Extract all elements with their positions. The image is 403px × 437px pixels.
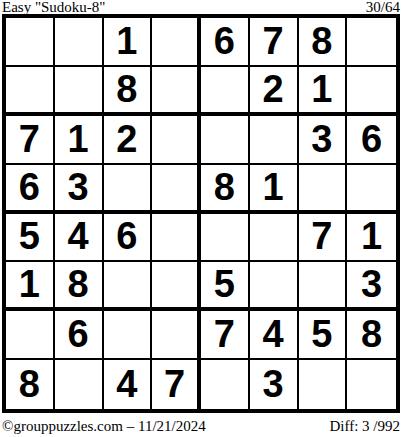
cell-r4c2[interactable]: 3 [55,165,104,214]
page-header: Easy "Sudoku-8" 30/64 [0,0,403,14]
cell-r7c4[interactable] [152,311,201,360]
cell-r5c6[interactable] [250,214,299,263]
cell-r4c6[interactable]: 1 [250,165,299,214]
page-footer: ©grouppuzzles.com – 11/21/2024 Diff: 3 /… [0,419,403,434]
cell-r1c8[interactable] [347,18,396,67]
cell-r5c1[interactable]: 5 [6,214,55,263]
cell-r3c4[interactable] [152,116,201,165]
cell-r1c7[interactable]: 8 [299,18,348,67]
difficulty-label: Diff: 3 /992 [329,419,400,434]
cell-r1c5[interactable]: 6 [201,18,250,67]
cell-r3c3[interactable]: 2 [104,116,153,165]
cell-r7c8[interactable]: 8 [347,311,396,360]
cell-r8c6[interactable]: 3 [250,360,299,409]
cell-r7c1[interactable] [6,311,55,360]
cell-r8c2[interactable] [55,360,104,409]
cell-r2c5[interactable] [201,67,250,116]
cell-r2c6[interactable]: 2 [250,67,299,116]
cell-r6c2[interactable]: 8 [55,262,104,311]
cell-r8c8[interactable] [347,360,396,409]
cell-r6c8[interactable]: 3 [347,262,396,311]
cell-r5c3[interactable]: 6 [104,214,153,263]
cell-r8c3[interactable]: 4 [104,360,153,409]
cell-r6c5[interactable]: 5 [201,262,250,311]
cell-r2c1[interactable] [6,67,55,116]
cell-r5c5[interactable] [201,214,250,263]
cell-r7c5[interactable]: 7 [201,311,250,360]
cell-r4c4[interactable] [152,165,201,214]
cell-r1c3[interactable]: 1 [104,18,153,67]
cell-r8c5[interactable] [201,360,250,409]
cell-r7c7[interactable]: 5 [299,311,348,360]
cell-r8c1[interactable]: 8 [6,360,55,409]
cell-r8c7[interactable] [299,360,348,409]
cell-r7c2[interactable]: 6 [55,311,104,360]
copyright-credit: ©grouppuzzles.com – 11/21/2024 [2,419,206,434]
cell-r2c2[interactable] [55,67,104,116]
cell-r6c7[interactable] [299,262,348,311]
cell-r1c4[interactable] [152,18,201,67]
cell-r4c5[interactable]: 8 [201,165,250,214]
cell-r2c8[interactable] [347,67,396,116]
cell-r3c2[interactable]: 1 [55,116,104,165]
cell-r5c2[interactable]: 4 [55,214,104,263]
cell-r6c3[interactable] [104,262,153,311]
cell-r1c6[interactable]: 7 [250,18,299,67]
cell-r6c6[interactable] [250,262,299,311]
cell-r4c3[interactable] [104,165,153,214]
cell-r8c4[interactable]: 7 [152,360,201,409]
cell-r2c7[interactable]: 1 [299,67,348,116]
cell-r4c7[interactable] [299,165,348,214]
cell-r7c3[interactable] [104,311,153,360]
puzzle-title: Easy "Sudoku-8" [2,0,106,14]
cell-r3c7[interactable]: 3 [299,116,348,165]
cell-r2c3[interactable]: 8 [104,67,153,116]
cell-r3c8[interactable]: 6 [347,116,396,165]
cell-r5c8[interactable]: 1 [347,214,396,263]
cell-r5c7[interactable]: 7 [299,214,348,263]
cell-r4c1[interactable]: 6 [6,165,55,214]
cell-r6c1[interactable]: 1 [6,262,55,311]
cell-r5c4[interactable] [152,214,201,263]
cells-remaining-counter: 30/64 [366,0,400,14]
cell-r3c6[interactable] [250,116,299,165]
cell-r2c4[interactable] [152,67,201,116]
cell-r1c1[interactable] [6,18,55,67]
cell-r3c1[interactable]: 7 [6,116,55,165]
cell-r3c5[interactable] [201,116,250,165]
cell-r4c8[interactable] [347,165,396,214]
cell-r6c4[interactable] [152,262,201,311]
sudoku-board: 1678821712366381546711853674588473 [2,14,400,413]
cell-r7c6[interactable]: 4 [250,311,299,360]
cell-r1c2[interactable] [55,18,104,67]
